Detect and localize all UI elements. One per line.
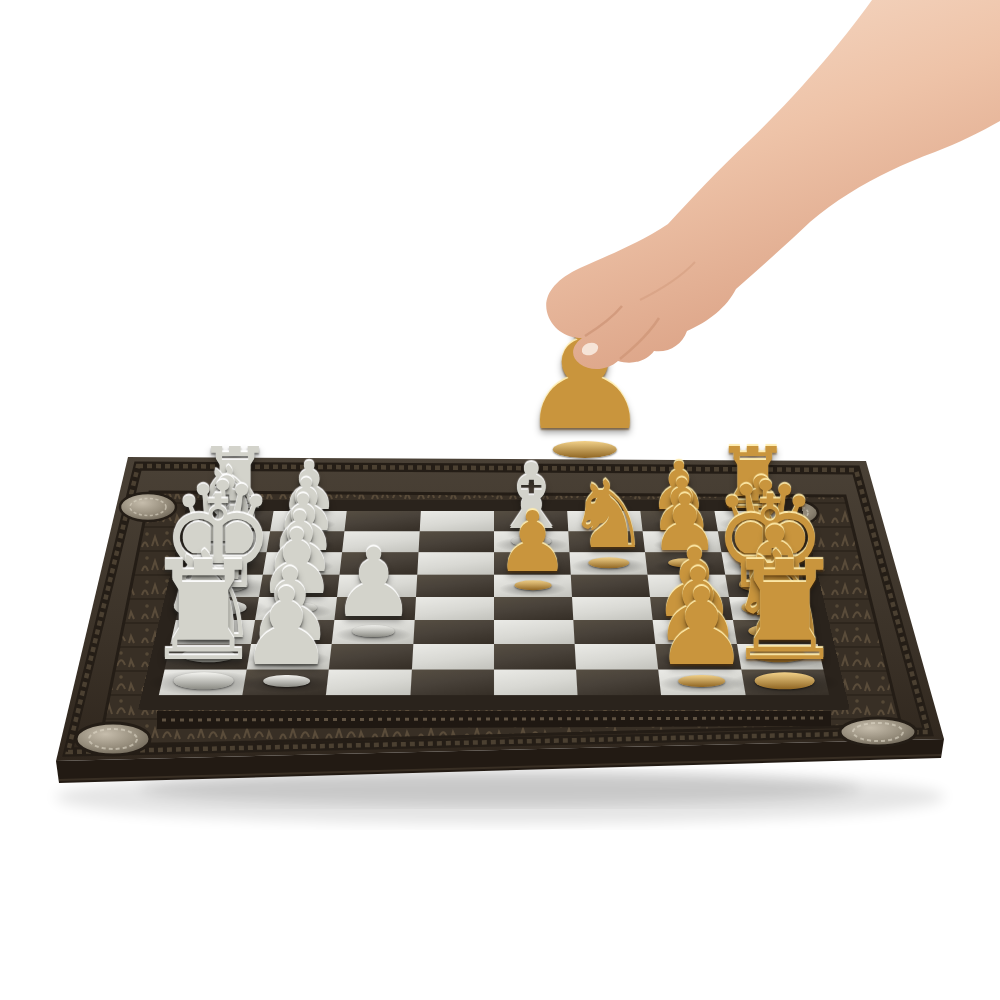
scene: A human hand reaches in from the top rig… <box>0 0 1000 1000</box>
hand <box>0 0 1000 1000</box>
